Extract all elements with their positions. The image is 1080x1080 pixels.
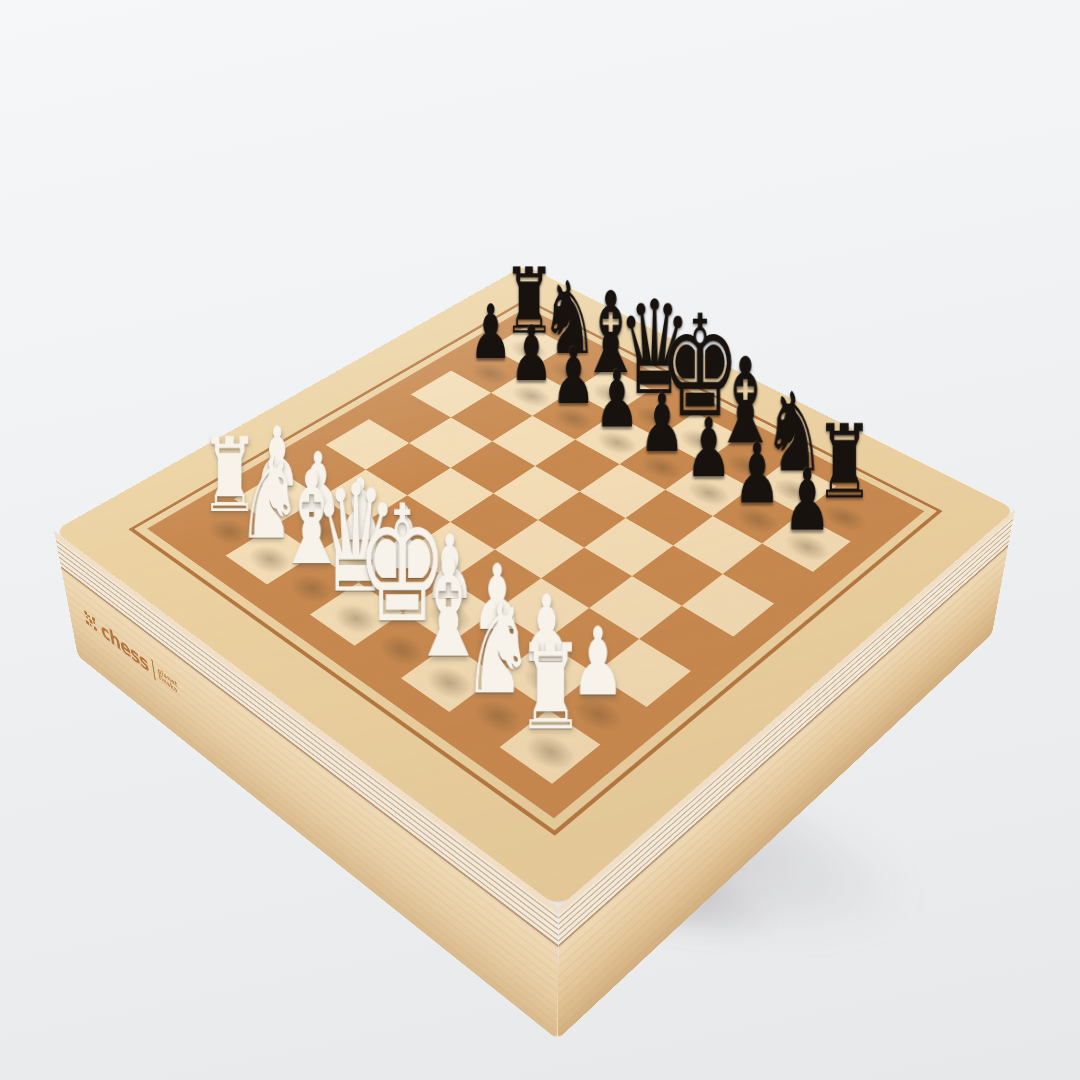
product-photo-scene: ♜♞♝♛♚♝♞♜♟♟♟♟♟♟♟♟♟♟♟♟♟♟♟♟♜♞♝♛♚♝♞♜ [0,0,1080,1080]
chess-box: ♜♞♝♛♚♝♞♜♟♟♟♟♟♟♟♟♟♟♟♟♟♟♟♟♜♞♝♛♚♝♞♜ [54,265,1015,907]
brand-divider [151,659,156,681]
piece-black-pawn-h7[interactable]: ♟ [731,390,884,543]
pixel-x-icon [84,610,98,633]
board-surface: ♜♞♝♛♚♝♞♜♟♟♟♟♟♟♟♟♟♟♟♟♟♟♟♟♜♞♝♛♚♝♞♜ [54,265,1015,907]
pawn-glyph: ♟ [783,458,832,543]
rook-glyph: ♜ [516,629,583,747]
piece-white-rook-h1[interactable]: ♜ [463,574,636,747]
brand-maker: planet finska [157,667,179,696]
